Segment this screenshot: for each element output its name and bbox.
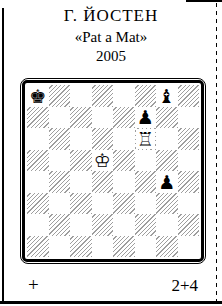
page-frame-bottom-line: [0, 301, 222, 304]
square-g8: ♝: [156, 85, 178, 107]
square-c4: [70, 171, 92, 193]
black-bishop: ♝: [157, 86, 176, 106]
square-f1: [135, 236, 157, 258]
chessboard-grid: ♚♝♟♖♔♟: [27, 85, 199, 257]
problem-header: Г. ЙОСТЕН «Pat a Mat» 2005: [0, 5, 222, 66]
square-c7: [70, 107, 92, 129]
square-h8: [178, 85, 200, 107]
square-a5: [27, 150, 49, 172]
square-f2: [135, 214, 157, 236]
square-h3: [178, 193, 200, 215]
square-d1: [92, 236, 114, 258]
square-d3: [92, 193, 114, 215]
square-b4: [49, 171, 71, 193]
square-d5: ♔: [92, 150, 114, 172]
square-d7: [92, 107, 114, 129]
material-count-label: 2+4: [160, 276, 198, 296]
square-g7: [156, 107, 178, 129]
square-f6: ♖: [135, 128, 157, 150]
square-e2: [113, 214, 135, 236]
square-d6: [92, 128, 114, 150]
square-g3: [156, 193, 178, 215]
square-d2: [92, 214, 114, 236]
square-c8: [70, 85, 92, 107]
square-e1: [113, 236, 135, 258]
author-name: Г. ЙОСТЕН: [0, 5, 222, 27]
square-b8: [49, 85, 71, 107]
square-c3: [70, 193, 92, 215]
square-e7: [113, 107, 135, 129]
square-g4: ♟: [156, 171, 178, 193]
square-h6: [178, 128, 200, 150]
square-a7: [27, 107, 49, 129]
square-b7: [49, 107, 71, 129]
square-g2: [156, 214, 178, 236]
square-g6: [156, 128, 178, 150]
square-f7: ♟: [135, 107, 157, 129]
square-b5: [49, 150, 71, 172]
square-b6: [49, 128, 71, 150]
square-b3: [49, 193, 71, 215]
square-a1: [27, 236, 49, 258]
stipulation-label: +: [28, 274, 39, 296]
square-c1: [70, 236, 92, 258]
square-h4: [178, 171, 200, 193]
source-title: «Pat a Mat»: [0, 27, 222, 47]
square-h7: [178, 107, 200, 129]
square-f3: [135, 193, 157, 215]
square-d8: [92, 85, 114, 107]
square-b2: [49, 214, 71, 236]
square-f5: [135, 150, 157, 172]
square-a4: [27, 171, 49, 193]
square-f4: [135, 171, 157, 193]
white-rook: ♖: [136, 129, 155, 149]
square-b1: [49, 236, 71, 258]
square-a8: ♚: [27, 85, 49, 107]
square-c5: [70, 150, 92, 172]
scanned-diagram-page: Г. ЙОСТЕН «Pat a Mat» 2005 ♚♝♟♖♔♟ + 2+4: [0, 0, 222, 306]
square-g1: [156, 236, 178, 258]
square-e4: [113, 171, 135, 193]
chessboard-outer-border: ♚♝♟♖♔♟: [20, 78, 206, 264]
square-c6: [70, 128, 92, 150]
square-e3: [113, 193, 135, 215]
black-pawn: ♟: [157, 172, 176, 192]
black-king: ♚: [28, 86, 47, 106]
square-d4: [92, 171, 114, 193]
square-e6: [113, 128, 135, 150]
white-king: ♔: [93, 150, 112, 170]
square-c2: [70, 214, 92, 236]
square-g5: [156, 150, 178, 172]
square-a2: [27, 214, 49, 236]
black-pawn: ♟: [136, 107, 155, 127]
square-f8: [135, 85, 157, 107]
publication-year: 2005: [0, 47, 222, 66]
square-e8: [113, 85, 135, 107]
square-e5: [113, 150, 135, 172]
square-h5: [178, 150, 200, 172]
square-h2: [178, 214, 200, 236]
square-h1: [178, 236, 200, 258]
square-a3: [27, 193, 49, 215]
square-a6: [27, 128, 49, 150]
page-frame-top-right-segment: [186, 0, 222, 2]
chessboard-inner-border: ♚♝♟♖♔♟: [22, 80, 204, 262]
